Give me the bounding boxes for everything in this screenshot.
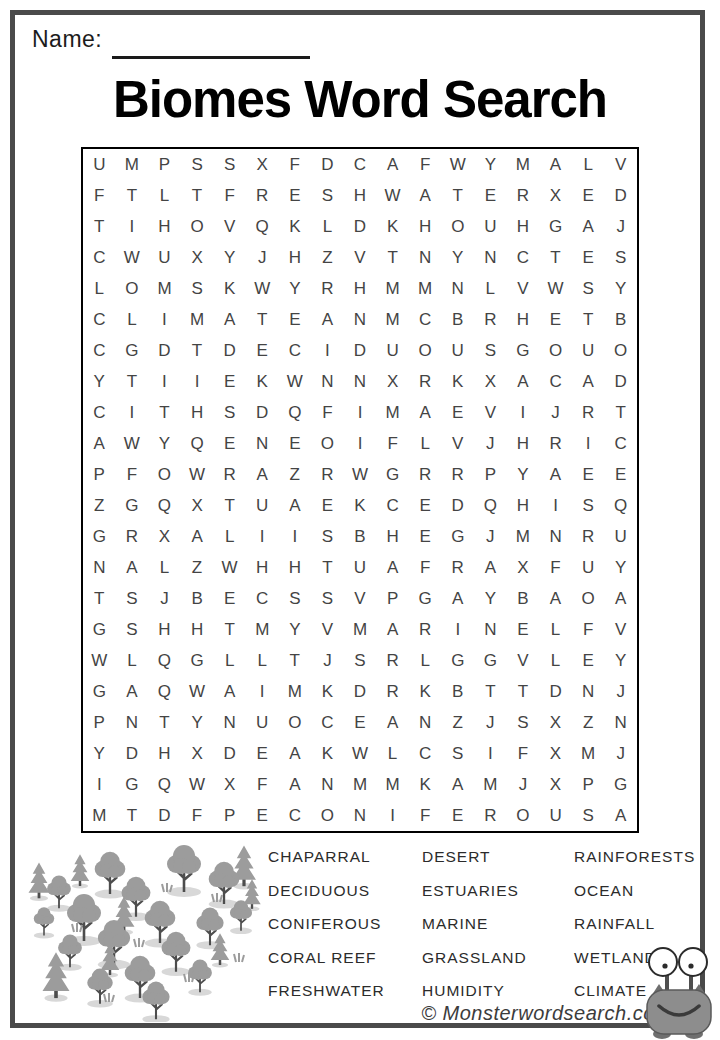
grid-cell[interactable]: R — [507, 180, 540, 211]
grid-cell[interactable]: J — [604, 211, 637, 242]
grid-cell[interactable]: D — [604, 366, 637, 397]
grid-cell[interactable]: R — [311, 459, 344, 490]
grid-cell[interactable]: N — [311, 366, 344, 397]
grid-cell[interactable]: S — [213, 397, 246, 428]
grid-cell[interactable]: P — [213, 800, 246, 831]
grid-cell[interactable]: C — [83, 397, 116, 428]
grid-cell[interactable]: A — [376, 149, 409, 180]
grid-cell[interactable]: T — [539, 242, 572, 273]
grid-cell[interactable]: G — [83, 614, 116, 645]
grid-cell[interactable]: A — [441, 583, 474, 614]
grid-cell[interactable]: V — [507, 645, 540, 676]
grid-cell[interactable]: X — [539, 738, 572, 769]
grid-cell[interactable]: H — [344, 273, 377, 304]
grid-cell[interactable]: S — [572, 490, 605, 521]
grid-cell[interactable]: L — [409, 645, 442, 676]
grid-cell[interactable]: L — [213, 645, 246, 676]
grid-cell[interactable]: E — [539, 304, 572, 335]
grid-cell[interactable]: E — [246, 335, 279, 366]
grid-cell[interactable]: Y — [507, 459, 540, 490]
grid-cell[interactable]: A — [213, 304, 246, 335]
grid-cell[interactable]: M — [376, 304, 409, 335]
grid-cell[interactable]: Q — [279, 397, 312, 428]
grid-cell[interactable]: J — [507, 769, 540, 800]
grid-cell[interactable]: E — [474, 180, 507, 211]
grid-cell[interactable]: S — [344, 645, 377, 676]
grid-cell[interactable]: T — [116, 800, 149, 831]
grid-cell[interactable]: R — [376, 676, 409, 707]
grid-cell[interactable]: Q — [148, 490, 181, 521]
grid-cell[interactable]: Q — [148, 676, 181, 707]
grid-cell[interactable]: X — [539, 707, 572, 738]
grid-cell[interactable]: Z — [181, 552, 214, 583]
grid-cell[interactable]: A — [539, 583, 572, 614]
grid-cell[interactable]: X — [376, 366, 409, 397]
grid-cell[interactable]: S — [116, 614, 149, 645]
grid-cell[interactable]: R — [116, 521, 149, 552]
grid-cell[interactable]: T — [246, 304, 279, 335]
grid-cell[interactable]: E — [213, 583, 246, 614]
grid-cell[interactable]: R — [409, 614, 442, 645]
grid-cell[interactable]: N — [344, 800, 377, 831]
grid-cell[interactable]: E — [246, 738, 279, 769]
grid-cell[interactable]: D — [539, 676, 572, 707]
grid-cell[interactable]: N — [572, 676, 605, 707]
grid-cell[interactable]: U — [246, 707, 279, 738]
grid-cell[interactable]: H — [409, 211, 442, 242]
grid-cell[interactable]: E — [279, 304, 312, 335]
grid-cell[interactable]: E — [441, 397, 474, 428]
grid-cell[interactable]: A — [376, 707, 409, 738]
grid-cell[interactable]: W — [246, 273, 279, 304]
grid-cell[interactable]: R — [441, 459, 474, 490]
grid-cell[interactable]: Y — [279, 614, 312, 645]
grid-cell[interactable]: C — [409, 738, 442, 769]
grid-cell[interactable]: Q — [474, 490, 507, 521]
grid-cell[interactable]: B — [181, 583, 214, 614]
grid-cell[interactable]: Q — [148, 645, 181, 676]
grid-cell[interactable]: I — [116, 211, 149, 242]
grid-cell[interactable]: O — [572, 583, 605, 614]
grid-cell[interactable]: K — [311, 676, 344, 707]
grid-cell[interactable]: L — [539, 614, 572, 645]
grid-cell[interactable]: U — [246, 490, 279, 521]
grid-cell[interactable]: W — [181, 459, 214, 490]
grid-cell[interactable]: I — [246, 676, 279, 707]
grid-cell[interactable]: A — [181, 521, 214, 552]
grid-cell[interactable]: F — [409, 800, 442, 831]
grid-cell[interactable]: D — [311, 149, 344, 180]
grid-cell[interactable]: H — [507, 211, 540, 242]
grid-cell[interactable]: G — [474, 645, 507, 676]
grid-cell[interactable]: W — [376, 180, 409, 211]
grid-cell[interactable]: L — [116, 645, 149, 676]
grid-cell[interactable]: L — [376, 738, 409, 769]
grid-cell[interactable]: G — [83, 676, 116, 707]
grid-cell[interactable]: E — [441, 800, 474, 831]
grid-cell[interactable]: M — [246, 614, 279, 645]
grid-cell[interactable]: X — [181, 490, 214, 521]
grid-cell[interactable]: W — [213, 552, 246, 583]
grid-cell[interactable]: N — [83, 552, 116, 583]
grid-cell[interactable]: D — [148, 335, 181, 366]
grid-cell[interactable]: N — [116, 707, 149, 738]
grid-cell[interactable]: T — [83, 211, 116, 242]
grid-cell[interactable]: M — [409, 273, 442, 304]
grid-cell[interactable]: T — [148, 397, 181, 428]
grid-cell[interactable]: H — [148, 614, 181, 645]
grid-cell[interactable]: X — [474, 366, 507, 397]
grid-cell[interactable]: L — [474, 273, 507, 304]
grid-cell[interactable]: G — [441, 645, 474, 676]
grid-cell[interactable]: S — [507, 707, 540, 738]
grid-cell[interactable]: E — [409, 490, 442, 521]
grid-cell[interactable]: F — [409, 552, 442, 583]
grid-cell[interactable]: J — [148, 583, 181, 614]
grid-cell[interactable]: L — [213, 521, 246, 552]
grid-cell[interactable]: C — [279, 800, 312, 831]
grid-cell[interactable]: S — [572, 273, 605, 304]
grid-cell[interactable]: H — [246, 552, 279, 583]
grid-cell[interactable]: O — [604, 335, 637, 366]
grid-cell[interactable]: A — [604, 800, 637, 831]
grid-cell[interactable]: L — [539, 645, 572, 676]
grid-cell[interactable]: Z — [279, 459, 312, 490]
grid-cell[interactable]: P — [474, 459, 507, 490]
grid-cell[interactable]: Y — [279, 273, 312, 304]
grid-cell[interactable]: P — [148, 149, 181, 180]
grid-cell[interactable]: S — [181, 273, 214, 304]
grid-cell[interactable]: Y — [83, 366, 116, 397]
grid-cell[interactable]: L — [83, 273, 116, 304]
grid-cell[interactable]: M — [572, 738, 605, 769]
grid-cell[interactable]: J — [246, 242, 279, 273]
grid-cell[interactable]: J — [604, 676, 637, 707]
grid-cell[interactable]: X — [181, 242, 214, 273]
grid-cell[interactable]: D — [344, 211, 377, 242]
name-blank-line[interactable] — [112, 56, 310, 59]
grid-cell[interactable]: L — [311, 211, 344, 242]
grid-cell[interactable]: R — [539, 428, 572, 459]
grid-cell[interactable]: H — [376, 521, 409, 552]
grid-cell[interactable]: N — [344, 304, 377, 335]
grid-cell[interactable]: C — [311, 707, 344, 738]
grid-cell[interactable]: H — [507, 428, 540, 459]
grid-cell[interactable]: V — [441, 428, 474, 459]
grid-cell[interactable]: N — [344, 366, 377, 397]
grid-cell[interactable]: E — [213, 428, 246, 459]
grid-cell[interactable]: F — [539, 552, 572, 583]
grid-cell[interactable]: I — [507, 397, 540, 428]
grid-cell[interactable]: E — [246, 800, 279, 831]
grid-cell[interactable]: O — [409, 335, 442, 366]
grid-cell[interactable]: O — [181, 211, 214, 242]
grid-cell[interactable]: Y — [604, 552, 637, 583]
grid-cell[interactable]: W — [344, 459, 377, 490]
grid-cell[interactable]: D — [246, 397, 279, 428]
grid-cell[interactable]: B — [441, 676, 474, 707]
grid-cell[interactable]: L — [246, 645, 279, 676]
grid-cell[interactable]: E — [279, 180, 312, 211]
grid-cell[interactable]: R — [474, 800, 507, 831]
grid-cell[interactable]: B — [441, 304, 474, 335]
grid-cell[interactable]: S — [311, 180, 344, 211]
grid-cell[interactable]: R — [441, 552, 474, 583]
grid-cell[interactable]: D — [604, 180, 637, 211]
grid-cell[interactable]: Y — [474, 583, 507, 614]
grid-cell[interactable]: P — [572, 769, 605, 800]
grid-cell[interactable]: Y — [604, 273, 637, 304]
grid-cell[interactable]: A — [83, 428, 116, 459]
grid-cell[interactable]: M — [344, 614, 377, 645]
grid-cell[interactable]: A — [213, 676, 246, 707]
grid-cell[interactable]: D — [213, 335, 246, 366]
grid-cell[interactable]: F — [507, 738, 540, 769]
grid-cell[interactable]: V — [474, 397, 507, 428]
grid-cell[interactable]: I — [279, 521, 312, 552]
grid-cell[interactable]: I — [539, 490, 572, 521]
grid-cell[interactable]: C — [604, 428, 637, 459]
grid-cell[interactable]: Q — [181, 428, 214, 459]
grid-cell[interactable]: R — [213, 459, 246, 490]
grid-cell[interactable]: K — [344, 490, 377, 521]
grid-cell[interactable]: C — [507, 242, 540, 273]
grid-cell[interactable]: T — [213, 614, 246, 645]
grid-cell[interactable]: L — [116, 304, 149, 335]
grid-cell[interactable]: Y — [181, 707, 214, 738]
grid-cell[interactable]: F — [279, 149, 312, 180]
grid-cell[interactable]: D — [441, 490, 474, 521]
grid-cell[interactable]: L — [148, 180, 181, 211]
grid-cell[interactable]: T — [507, 676, 540, 707]
grid-cell[interactable]: T — [148, 707, 181, 738]
grid-cell[interactable]: I — [148, 304, 181, 335]
grid-cell[interactable]: T — [116, 180, 149, 211]
grid-cell[interactable]: U — [474, 211, 507, 242]
grid-cell[interactable]: K — [409, 676, 442, 707]
grid-cell[interactable]: W — [344, 738, 377, 769]
grid-cell[interactable]: T — [116, 366, 149, 397]
grid-cell[interactable]: B — [507, 583, 540, 614]
grid-cell[interactable]: S — [279, 583, 312, 614]
grid-cell[interactable]: F — [246, 769, 279, 800]
grid-cell[interactable]: W — [441, 149, 474, 180]
grid-cell[interactable]: F — [83, 180, 116, 211]
grid-cell[interactable]: W — [279, 366, 312, 397]
grid-cell[interactable]: I — [116, 397, 149, 428]
grid-cell[interactable]: G — [83, 521, 116, 552]
grid-cell[interactable]: E — [604, 459, 637, 490]
grid-cell[interactable]: H — [148, 211, 181, 242]
grid-cell[interactable]: J — [474, 521, 507, 552]
grid-cell[interactable]: R — [246, 180, 279, 211]
grid-cell[interactable]: O — [311, 800, 344, 831]
grid-cell[interactable]: K — [213, 273, 246, 304]
grid-cell[interactable]: E — [572, 242, 605, 273]
grid-cell[interactable]: U — [344, 552, 377, 583]
grid-cell[interactable]: Q — [148, 769, 181, 800]
grid-cell[interactable]: A — [409, 397, 442, 428]
grid-cell[interactable]: I — [344, 428, 377, 459]
grid-cell[interactable]: U — [572, 335, 605, 366]
grid-cell[interactable]: T — [441, 180, 474, 211]
grid-cell[interactable]: P — [83, 459, 116, 490]
grid-cell[interactable]: X — [539, 180, 572, 211]
grid-cell[interactable]: U — [83, 149, 116, 180]
grid-cell[interactable]: S — [311, 583, 344, 614]
grid-cell[interactable]: E — [344, 707, 377, 738]
grid-cell[interactable]: E — [572, 459, 605, 490]
grid-cell[interactable]: J — [539, 397, 572, 428]
grid-cell[interactable]: W — [116, 242, 149, 273]
grid-cell[interactable]: M — [279, 676, 312, 707]
grid-cell[interactable]: O — [116, 273, 149, 304]
grid-cell[interactable]: I — [376, 800, 409, 831]
grid-cell[interactable]: A — [507, 366, 540, 397]
grid-cell[interactable]: O — [507, 800, 540, 831]
grid-cell[interactable]: G — [116, 769, 149, 800]
grid-cell[interactable]: G — [507, 335, 540, 366]
grid-cell[interactable]: T — [83, 583, 116, 614]
grid-cell[interactable]: M — [376, 397, 409, 428]
grid-cell[interactable]: A — [116, 676, 149, 707]
grid-cell[interactable]: H — [507, 490, 540, 521]
grid-cell[interactable]: Z — [83, 490, 116, 521]
grid-cell[interactable]: S — [441, 738, 474, 769]
grid-cell[interactable]: W — [116, 428, 149, 459]
grid-cell[interactable]: Y — [441, 242, 474, 273]
grid-cell[interactable]: K — [279, 211, 312, 242]
grid-cell[interactable]: N — [311, 769, 344, 800]
grid-cell[interactable]: M — [344, 769, 377, 800]
grid-cell[interactable]: N — [409, 242, 442, 273]
grid-cell[interactable]: I — [572, 428, 605, 459]
grid-cell[interactable]: M — [507, 521, 540, 552]
grid-cell[interactable]: R — [409, 366, 442, 397]
grid-cell[interactable]: L — [409, 428, 442, 459]
grid-cell[interactable]: A — [279, 490, 312, 521]
grid-cell[interactable]: I — [246, 521, 279, 552]
grid-cell[interactable]: A — [376, 552, 409, 583]
grid-cell[interactable]: C — [376, 490, 409, 521]
grid-cell[interactable]: A — [246, 459, 279, 490]
grid-cell[interactable]: S — [213, 149, 246, 180]
grid-cell[interactable]: A — [441, 769, 474, 800]
grid-cell[interactable]: G — [409, 583, 442, 614]
grid-cell[interactable]: S — [572, 800, 605, 831]
grid-cell[interactable]: C — [83, 242, 116, 273]
grid-cell[interactable]: U — [148, 242, 181, 273]
grid-cell[interactable]: D — [116, 738, 149, 769]
grid-cell[interactable]: X — [213, 769, 246, 800]
grid-cell[interactable]: O — [441, 211, 474, 242]
grid-cell[interactable]: E — [572, 645, 605, 676]
grid-cell[interactable]: E — [279, 428, 312, 459]
grid-cell[interactable]: N — [539, 521, 572, 552]
grid-cell[interactable]: L — [572, 149, 605, 180]
grid-cell[interactable]: Z — [572, 707, 605, 738]
grid-cell[interactable]: X — [148, 521, 181, 552]
grid-cell[interactable]: A — [376, 614, 409, 645]
grid-cell[interactable]: P — [376, 583, 409, 614]
grid-cell[interactable]: T — [474, 676, 507, 707]
grid-cell[interactable]: O — [311, 428, 344, 459]
grid-cell[interactable]: U — [539, 800, 572, 831]
grid-cell[interactable]: K — [311, 738, 344, 769]
grid-cell[interactable]: X — [181, 738, 214, 769]
grid-cell[interactable]: T — [181, 180, 214, 211]
grid-cell[interactable]: X — [246, 149, 279, 180]
grid-cell[interactable]: R — [474, 304, 507, 335]
grid-cell[interactable]: O — [148, 459, 181, 490]
grid-cell[interactable]: G — [441, 521, 474, 552]
grid-cell[interactable]: M — [474, 769, 507, 800]
grid-cell[interactable]: A — [572, 211, 605, 242]
grid-cell[interactable]: A — [409, 180, 442, 211]
grid-cell[interactable]: X — [539, 769, 572, 800]
grid-cell[interactable]: O — [279, 707, 312, 738]
grid-cell[interactable]: U — [376, 335, 409, 366]
grid-cell[interactable]: T — [572, 304, 605, 335]
grid-cell[interactable]: A — [116, 552, 149, 583]
grid-cell[interactable]: H — [279, 552, 312, 583]
grid-cell[interactable]: S — [181, 149, 214, 180]
grid-cell[interactable]: F — [376, 428, 409, 459]
grid-cell[interactable]: Y — [604, 645, 637, 676]
grid-cell[interactable]: N — [474, 242, 507, 273]
grid-cell[interactable]: H — [279, 242, 312, 273]
grid-cell[interactable]: F — [116, 459, 149, 490]
grid-cell[interactable]: G — [116, 335, 149, 366]
grid-cell[interactable]: C — [83, 335, 116, 366]
grid-cell[interactable]: I — [344, 397, 377, 428]
grid-cell[interactable]: Y — [148, 428, 181, 459]
grid-cell[interactable]: S — [474, 335, 507, 366]
grid-cell[interactable]: I — [148, 366, 181, 397]
grid-cell[interactable]: Y — [83, 738, 116, 769]
grid-cell[interactable]: T — [604, 397, 637, 428]
grid-cell[interactable]: W — [83, 645, 116, 676]
grid-cell[interactable]: V — [213, 211, 246, 242]
grid-cell[interactable]: N — [213, 707, 246, 738]
grid-cell[interactable]: R — [376, 645, 409, 676]
grid-cell[interactable]: W — [181, 769, 214, 800]
grid-cell[interactable]: M — [181, 304, 214, 335]
grid-cell[interactable]: X — [507, 552, 540, 583]
grid-cell[interactable]: M — [507, 149, 540, 180]
grid-cell[interactable]: M — [376, 273, 409, 304]
grid-cell[interactable]: K — [246, 366, 279, 397]
grid-cell[interactable]: C — [246, 583, 279, 614]
grid-cell[interactable]: N — [409, 707, 442, 738]
grid-cell[interactable]: F — [181, 800, 214, 831]
grid-cell[interactable]: C — [279, 335, 312, 366]
grid-cell[interactable]: F — [311, 397, 344, 428]
grid-cell[interactable]: R — [409, 459, 442, 490]
grid-cell[interactable]: O — [539, 335, 572, 366]
grid-cell[interactable]: A — [279, 769, 312, 800]
grid-cell[interactable]: C — [344, 149, 377, 180]
grid-cell[interactable]: S — [116, 583, 149, 614]
grid-cell[interactable]: T — [213, 490, 246, 521]
grid-cell[interactable]: M — [376, 769, 409, 800]
grid-cell[interactable]: H — [148, 738, 181, 769]
grid-cell[interactable]: C — [83, 304, 116, 335]
grid-cell[interactable]: J — [474, 707, 507, 738]
grid-cell[interactable]: F — [572, 614, 605, 645]
grid-cell[interactable]: M — [116, 149, 149, 180]
grid-cell[interactable]: R — [572, 397, 605, 428]
